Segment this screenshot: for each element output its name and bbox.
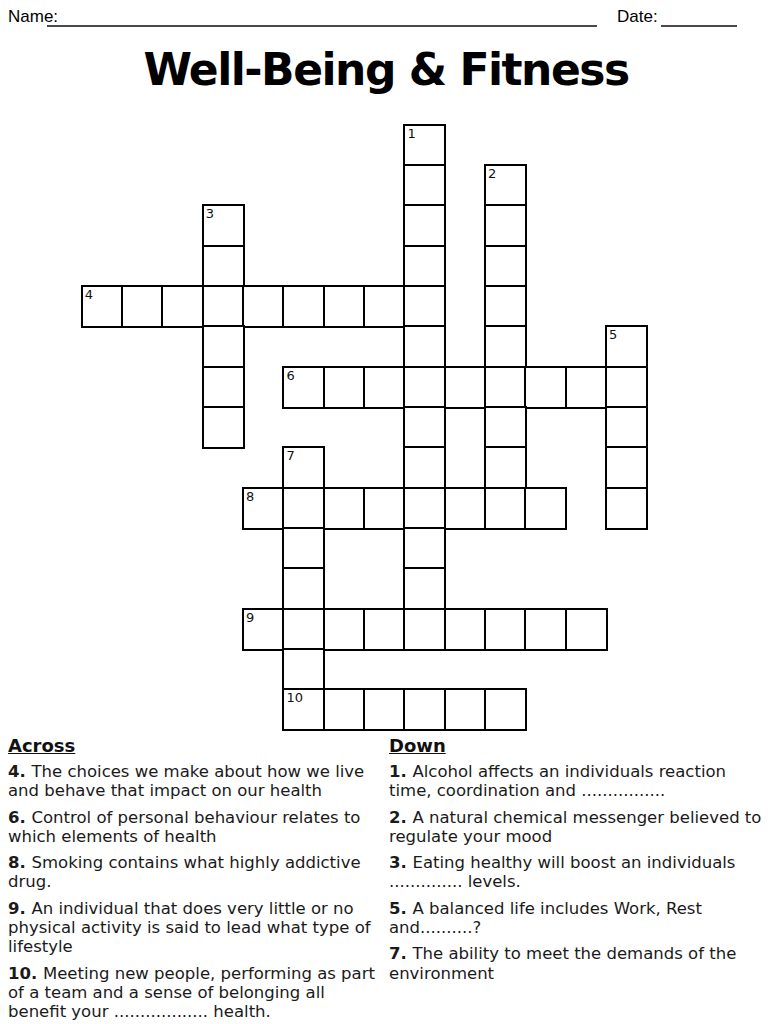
grid-cell[interactable] — [605, 487, 648, 530]
clue-number: 2. — [389, 808, 413, 827]
grid-cell[interactable] — [323, 688, 366, 731]
clue-number: 7. — [389, 944, 413, 963]
grid-cell[interactable] — [121, 285, 164, 328]
grid-cell[interactable] — [403, 446, 446, 489]
date-label: Date: — [617, 7, 658, 27]
grid-cell[interactable] — [202, 406, 245, 449]
grid-cell[interactable] — [565, 608, 608, 651]
cell-number: 1 — [407, 126, 415, 141]
grid-cell[interactable] — [202, 366, 245, 409]
grid-cell[interactable] — [484, 688, 527, 731]
clue-across-4: 4. The choices we make about how we live… — [8, 762, 386, 801]
grid-cell[interactable] — [403, 164, 446, 207]
grid-cell[interactable] — [484, 406, 527, 449]
clue-across-10: 10. Meeting new people, performing as pa… — [8, 964, 386, 1022]
grid-cell[interactable] — [444, 688, 487, 731]
grid-cell[interactable]: 5 — [605, 325, 648, 368]
down-section: Down 1. Alcohol affects an individuals r… — [389, 735, 771, 990]
worksheet-page: Name: Date: Well-Being & Fitness 1234567… — [0, 0, 772, 1024]
clue-down-1: 1. Alcohol affects an individuals reacti… — [389, 762, 771, 801]
across-heading: Across — [8, 735, 386, 756]
grid-cell[interactable] — [403, 204, 446, 247]
grid-cell[interactable] — [363, 688, 406, 731]
clue-down-5: 5. A balanced life includes Work, Rest a… — [389, 899, 771, 938]
grid-cell[interactable] — [444, 608, 487, 651]
grid-cell[interactable]: 2 — [484, 164, 527, 207]
grid-cell[interactable] — [282, 285, 325, 328]
date-fill-line[interactable] — [661, 25, 737, 27]
grid-cell[interactable] — [282, 648, 325, 691]
clue-across-8: 8. Smoking contains what highly addictiv… — [8, 853, 386, 892]
cell-number: 9 — [246, 610, 254, 625]
grid-cell[interactable] — [282, 567, 325, 610]
cell-number: 8 — [246, 489, 254, 504]
grid-cell[interactable] — [484, 245, 527, 288]
grid-cell[interactable]: 9 — [242, 608, 285, 651]
name-label: Name: — [8, 7, 58, 27]
grid-cell[interactable] — [484, 487, 527, 530]
grid-cell[interactable] — [403, 285, 446, 328]
cell-number: 5 — [609, 327, 617, 342]
cell-number: 2 — [488, 166, 496, 181]
grid-cell[interactable] — [484, 446, 527, 489]
grid-cell[interactable] — [484, 204, 527, 247]
clue-number: 1. — [389, 762, 413, 781]
grid-cell[interactable] — [282, 608, 325, 651]
grid-cell[interactable] — [605, 366, 648, 409]
grid-cell[interactable] — [282, 527, 325, 570]
grid-cell[interactable] — [202, 325, 245, 368]
grid-cell[interactable] — [444, 487, 487, 530]
clue-number: 5. — [389, 899, 413, 918]
grid-cell[interactable] — [242, 285, 285, 328]
clue-across-6: 6. Control of personal behaviour relates… — [8, 808, 386, 847]
grid-cell[interactable] — [484, 366, 527, 409]
grid-cell[interactable] — [323, 608, 366, 651]
grid-cell[interactable] — [403, 608, 446, 651]
grid-cell[interactable] — [403, 527, 446, 570]
grid-cell[interactable] — [403, 567, 446, 610]
grid-cell[interactable] — [363, 366, 406, 409]
grid-cell[interactable]: 1 — [403, 124, 446, 167]
cell-number: 10 — [286, 690, 303, 705]
clue-number: 10. — [8, 964, 43, 983]
down-clue-list: 1. Alcohol affects an individuals reacti… — [389, 762, 771, 983]
crossword-grid: 12345678910 — [82, 125, 649, 733]
grid-cell[interactable] — [524, 487, 567, 530]
clue-number: 3. — [389, 853, 413, 872]
grid-cell[interactable] — [605, 406, 648, 449]
grid-cell[interactable] — [484, 325, 527, 368]
puzzle-title: Well-Being & Fitness — [0, 44, 772, 95]
grid-cell[interactable] — [403, 487, 446, 530]
cell-number: 6 — [286, 368, 294, 383]
across-clue-list: 4. The choices we make about how we live… — [8, 762, 386, 1022]
name-fill-line[interactable] — [47, 25, 597, 27]
grid-cell[interactable] — [565, 366, 608, 409]
clue-number: 4. — [8, 762, 32, 781]
cell-number: 3 — [206, 206, 214, 221]
grid-cell[interactable] — [323, 366, 366, 409]
down-heading: Down — [389, 735, 771, 756]
grid-cell[interactable] — [202, 285, 245, 328]
grid-cell[interactable] — [524, 608, 567, 651]
grid-cell[interactable]: 4 — [81, 285, 124, 328]
grid-cell[interactable] — [403, 245, 446, 288]
clue-across-9: 9. An individual that does very little o… — [8, 899, 386, 957]
grid-cell[interactable] — [363, 608, 406, 651]
grid-cell[interactable]: 6 — [282, 366, 325, 409]
across-section: Across 4. The choices we make about how … — [8, 735, 386, 1024]
grid-cell[interactable]: 7 — [282, 446, 325, 489]
grid-cell[interactable]: 8 — [242, 487, 285, 530]
clue-number: 8. — [8, 853, 32, 872]
grid-cell[interactable] — [484, 285, 527, 328]
grid-cell[interactable] — [202, 245, 245, 288]
grid-cell[interactable]: 3 — [202, 204, 245, 247]
grid-cell[interactable] — [363, 487, 406, 530]
clue-down-3: 3. Eating healthy will boost an individu… — [389, 853, 771, 892]
grid-cell[interactable] — [403, 325, 446, 368]
grid-cell[interactable] — [282, 487, 325, 530]
grid-cell[interactable] — [161, 285, 204, 328]
cell-number: 7 — [286, 448, 294, 463]
grid-cell[interactable] — [484, 608, 527, 651]
grid-cell[interactable] — [403, 688, 446, 731]
grid-cell[interactable] — [444, 366, 487, 409]
clue-down-2: 2. A natural chemical messenger believed… — [389, 808, 771, 847]
grid-cell[interactable] — [403, 366, 446, 409]
grid-cell[interactable] — [605, 446, 648, 489]
grid-cell[interactable] — [524, 366, 567, 409]
clue-number: 9. — [8, 899, 32, 918]
grid-cell[interactable] — [363, 285, 406, 328]
grid-cell[interactable] — [323, 285, 366, 328]
grid-cell[interactable] — [323, 487, 366, 530]
grid-cell[interactable]: 10 — [282, 688, 325, 731]
grid-cell[interactable] — [403, 406, 446, 449]
clue-down-7: 7. The ability to meet the demands of th… — [389, 944, 771, 983]
clue-number: 6. — [8, 808, 32, 827]
cell-number: 4 — [85, 287, 93, 302]
